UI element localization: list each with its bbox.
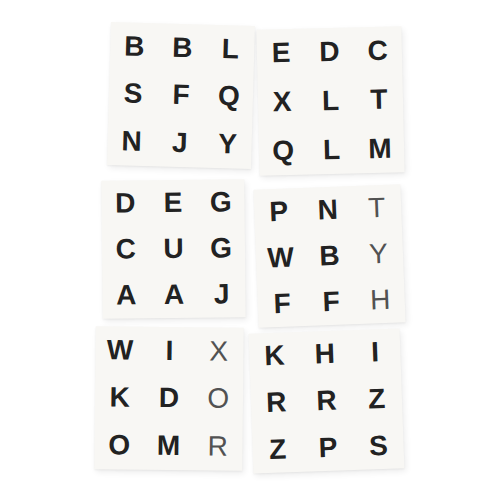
letter-cell-r2c1: X xyxy=(257,77,306,127)
letter-cell-r2c3: O xyxy=(193,375,243,423)
letter-cell-r1c3: C xyxy=(353,26,402,76)
letter-card-top-right: E D C X L T Q L M xyxy=(256,26,404,175)
letter-cell-r3c1: A xyxy=(102,272,150,318)
letter-cell-r1c1: D xyxy=(101,180,149,226)
letter-cell-r2c1: C xyxy=(102,226,150,272)
letter-cell-r3c3: H xyxy=(355,276,406,324)
letter-cell-r1c2: N xyxy=(302,186,353,234)
letter-cell-r3c3: J xyxy=(198,271,246,317)
letter-cell-r1c2: B xyxy=(158,23,207,72)
letter-cell-r3c2: M xyxy=(144,422,194,470)
letter-cell-r1c3: T xyxy=(351,184,402,232)
letter-cell-r2c3: Y xyxy=(353,230,404,278)
letter-cell-r2c2: B xyxy=(304,232,355,280)
letter-card-top-left: B B L S F Q N J Y xyxy=(107,22,255,169)
letter-cell-r1c1: W xyxy=(95,326,145,374)
letter-card-bottom-right: K H I R R Z Z P S xyxy=(249,328,405,473)
letter-card-bottom-left: W I X K D O O M R xyxy=(94,326,243,471)
letter-cell-r2c2: L xyxy=(306,76,355,126)
letter-cell-r2c1: W xyxy=(255,234,306,282)
letter-cell-r2c1: S xyxy=(108,70,157,119)
letter-cell-r2c1: R xyxy=(250,379,302,427)
letter-cell-r1c3: X xyxy=(194,327,244,375)
letter-cell-r1c1: E xyxy=(256,29,305,79)
letter-cell-r1c3: G xyxy=(197,179,245,225)
letter-cell-r2c3: Q xyxy=(204,72,253,121)
letter-cell-r3c3: Y xyxy=(203,120,252,169)
letter-cell-r1c1: K xyxy=(249,332,301,380)
letter-cell-r2c2: D xyxy=(144,374,194,422)
letter-cell-r2c1: K xyxy=(95,374,145,422)
letter-cell-r1c2: E xyxy=(149,180,197,226)
letter-cell-r3c1: Q xyxy=(259,126,308,176)
letter-cell-r3c2: L xyxy=(307,125,356,175)
letter-cell-r3c3: R xyxy=(193,423,243,471)
letter-cell-r2c2: F xyxy=(156,71,205,120)
letter-cell-r3c2: A xyxy=(150,272,198,318)
letter-cell-r3c1: O xyxy=(94,422,144,470)
letter-cell-r1c2: H xyxy=(299,330,351,378)
letter-cell-r3c3: M xyxy=(355,124,404,174)
letter-cell-r3c2: F xyxy=(306,278,357,326)
letter-cell-r3c1: N xyxy=(107,117,156,166)
letter-cell-r3c3: S xyxy=(352,422,404,470)
letter-cell-r3c2: J xyxy=(155,119,204,168)
letter-cell-r1c1: B xyxy=(110,22,159,71)
letter-cell-r1c2: D xyxy=(305,27,354,77)
letter-cell-r3c2: P xyxy=(302,423,354,471)
letter-cell-r1c3: L xyxy=(206,25,255,74)
letter-cell-r2c3: T xyxy=(354,75,403,125)
letter-cards-photo: B B L S F Q N J Y E D C X L T Q L M D E … xyxy=(0,0,500,500)
letter-card-middle-left: D E G C U G A A J xyxy=(101,179,245,318)
letter-cell-r3c1: F xyxy=(257,280,308,328)
letter-cell-r2c2: U xyxy=(149,226,197,272)
letter-cell-r1c2: I xyxy=(145,327,195,375)
letter-cell-r1c1: P xyxy=(253,188,304,236)
letter-card-middle-right: P N T W B Y F F H xyxy=(253,184,405,328)
letter-cell-r2c3: Z xyxy=(351,375,403,423)
letter-cell-r1c3: I xyxy=(349,328,401,376)
letter-cell-r2c3: G xyxy=(197,225,245,271)
letter-cell-r3c1: Z xyxy=(252,425,304,473)
letter-cell-r2c2: R xyxy=(301,377,353,425)
